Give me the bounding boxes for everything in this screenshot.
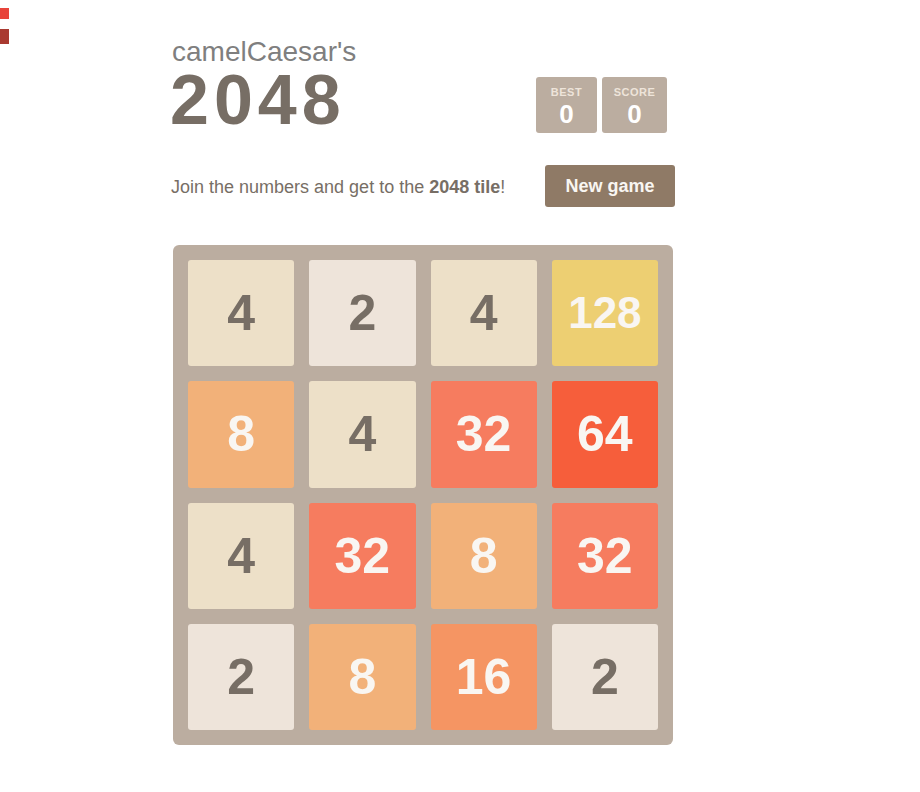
tagline-suffix: !	[500, 177, 505, 197]
tile-r1c3-value-4: 4	[431, 260, 537, 366]
score-label: SCORE	[602, 86, 667, 98]
tile-r3c3-value-8: 8	[431, 503, 537, 609]
best-score-box: BEST 0	[536, 77, 597, 133]
best-label: BEST	[536, 86, 597, 98]
current-score-box: SCORE 0	[602, 77, 667, 133]
tile-r3c2-value-32: 32	[309, 503, 415, 609]
tile-r4c3-value-16: 16	[431, 624, 537, 730]
tile-r4c1-value-2: 2	[188, 624, 294, 730]
tile-r3c4-value-32: 32	[552, 503, 658, 609]
page: camelCaesar's 2048 BEST 0 SCORE 0 Join t…	[0, 0, 920, 792]
tagline: Join the numbers and get to the 2048 til…	[171, 176, 505, 198]
tile-r1c1-value-4: 4	[188, 260, 294, 366]
new-game-button[interactable]: New game	[545, 165, 675, 207]
tile-r2c2-value-4: 4	[309, 381, 415, 487]
tile-r2c1-value-8: 8	[188, 381, 294, 487]
tile-r2c3-value-32: 32	[431, 381, 537, 487]
tagline-prefix: Join the numbers and get to the	[171, 177, 429, 197]
tile-r4c4-value-2: 2	[552, 624, 658, 730]
tile-r1c2-value-2: 2	[309, 260, 415, 366]
score-value: 0	[602, 99, 667, 130]
screen-edge-artifact-top	[0, 8, 9, 19]
tile-r4c2-value-8: 8	[309, 624, 415, 730]
tile-r3c1-value-4: 4	[188, 503, 294, 609]
best-value: 0	[536, 99, 597, 130]
game-title: 2048	[170, 65, 346, 135]
tile-r1c4-value-128: 128	[552, 260, 658, 366]
tagline-goal: 2048 tile	[429, 177, 500, 197]
board-grid: 42412884326443283228162	[173, 245, 673, 745]
screen-edge-artifact-bottom	[0, 29, 9, 44]
tile-r2c4-value-64: 64	[552, 381, 658, 487]
